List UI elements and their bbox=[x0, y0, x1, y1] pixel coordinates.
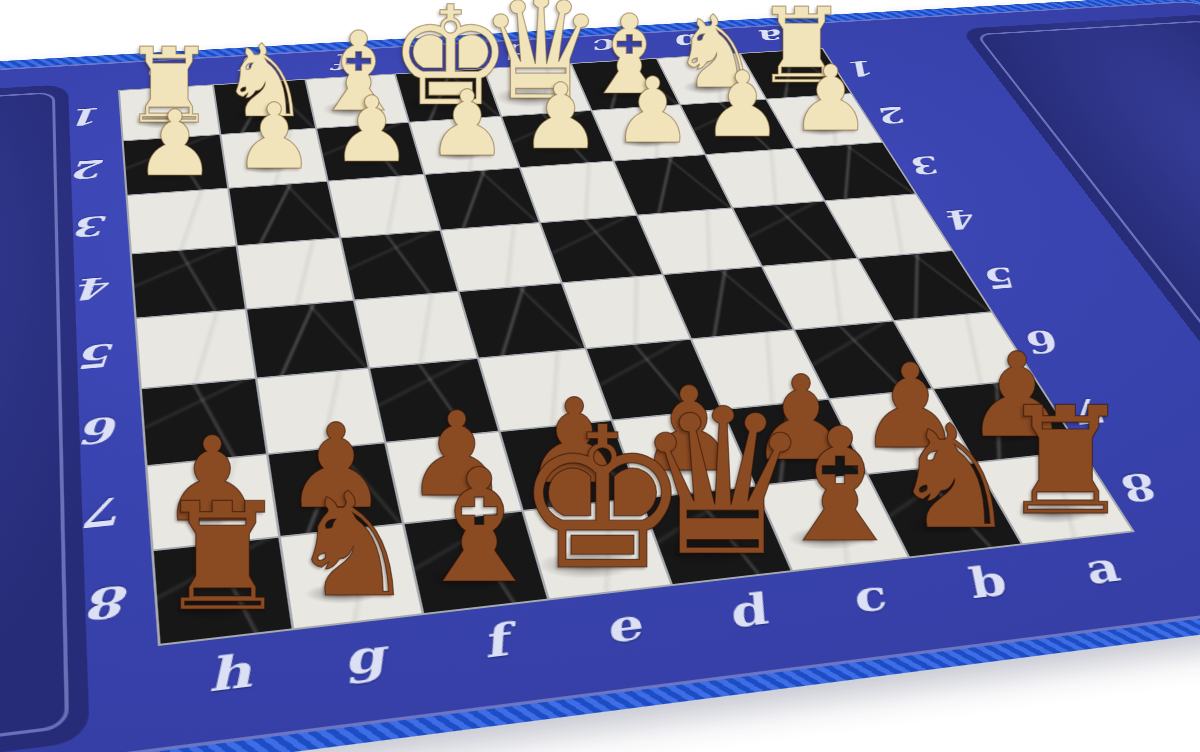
black-rook-h8[interactable]: ♜ bbox=[156, 484, 289, 633]
product-photo-scene: 11hh22gg33ff44ee55dd66cc77bb88aa ♜♞♝♚♛♝♞… bbox=[0, 0, 1200, 752]
white-pawn-e2[interactable]: ♟ bbox=[427, 78, 508, 169]
white-pawn-d2[interactable]: ♟ bbox=[520, 72, 601, 163]
white-pawn-c2[interactable]: ♟ bbox=[612, 66, 693, 157]
white-pawn-b2[interactable]: ♟ bbox=[702, 59, 783, 150]
black-rook-a8[interactable]: ♜ bbox=[999, 388, 1132, 537]
white-pawn-g2[interactable]: ♟ bbox=[234, 92, 315, 183]
white-pawn-h2[interactable]: ♟ bbox=[134, 98, 215, 189]
black-knight-g8[interactable]: ♞ bbox=[288, 474, 417, 618]
white-pawn-f2[interactable]: ♟ bbox=[331, 85, 412, 176]
pieces-layer: ♜♞♝♚♛♝♞♜♟♟♟♟♟♟♟♟♟♟♟♟♟♟♟♟♜♞♝♚♛♝♞♜ bbox=[0, 0, 1200, 752]
white-pawn-a2[interactable]: ♟ bbox=[790, 53, 871, 144]
